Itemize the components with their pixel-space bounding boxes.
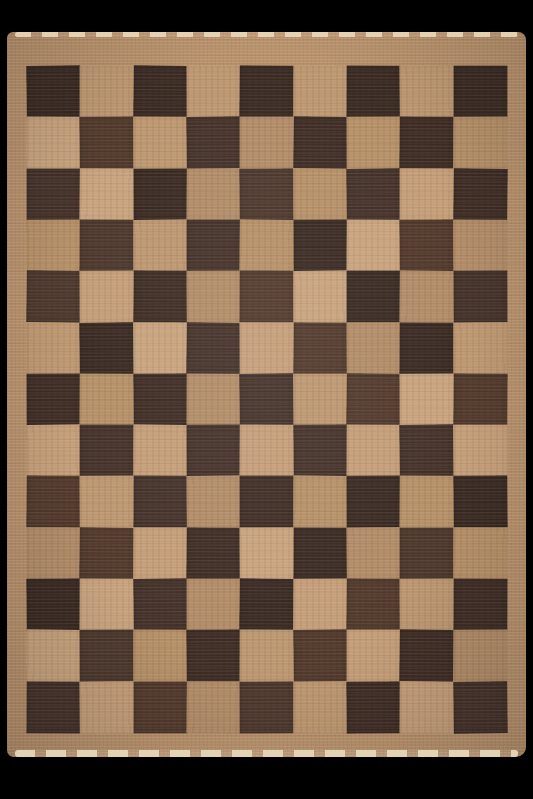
square-r4c7-tan	[346, 219, 401, 271]
square-r11c1-dark	[26, 578, 80, 630]
square-r9c7-dark	[346, 476, 400, 528]
square-r10c6-dark	[293, 527, 347, 579]
square-r4c6-dark	[293, 219, 347, 271]
square-r12c3-tan	[133, 630, 187, 682]
square-r12c9-tan	[453, 630, 507, 682]
square-r1c9-dark	[453, 66, 507, 118]
photo-background	[0, 0, 533, 799]
square-r1c1-dark	[26, 65, 81, 118]
square-r12c2-dark	[80, 630, 134, 682]
square-r8c9-tan	[453, 425, 507, 477]
square-r9c4-tan	[186, 476, 241, 529]
square-r11c4-tan	[187, 579, 241, 631]
square-r11c2-tan	[80, 579, 134, 631]
square-r7c4-tan	[186, 373, 240, 425]
square-r12c8-dark	[400, 630, 455, 683]
square-r2c8-dark	[400, 117, 454, 169]
square-r1c8-tan	[400, 65, 455, 118]
square-r12c1-tan	[26, 630, 81, 683]
square-r10c2-dark	[80, 527, 135, 580]
square-r1c5-dark	[240, 65, 294, 117]
square-r5c1-dark	[26, 271, 81, 324]
square-r12c4-dark	[186, 630, 241, 682]
square-r10c7-tan	[346, 527, 401, 580]
square-r13c7-dark	[346, 681, 401, 733]
square-r3c7-dark	[346, 168, 401, 221]
square-r4c5-tan	[240, 219, 295, 272]
square-r3c3-dark	[133, 168, 187, 220]
square-r2c2-dark	[80, 117, 134, 169]
square-r9c9-dark	[453, 476, 507, 528]
square-r3c4-tan	[186, 168, 241, 220]
square-r1c7-dark	[346, 66, 400, 118]
square-r3c5-dark	[240, 168, 294, 220]
square-r13c3-dark	[133, 681, 187, 733]
square-r3c1-dark	[27, 168, 81, 220]
square-r13c1-dark	[27, 681, 81, 733]
square-r8c3-tan	[133, 424, 188, 477]
square-r6c8-dark	[400, 322, 454, 374]
square-r11c6-tan	[293, 579, 347, 631]
square-r4c3-tan	[133, 219, 188, 272]
square-r6c7-tan	[346, 322, 401, 374]
square-r2c7-tan	[346, 117, 400, 169]
square-r9c1-dark	[26, 476, 80, 528]
square-r7c3-dark	[133, 373, 187, 425]
square-r5c4-tan	[186, 271, 241, 323]
square-r11c5-dark	[240, 578, 295, 631]
square-r2c5-tan	[240, 117, 294, 169]
square-r2c4-dark	[186, 117, 241, 170]
square-r9c2-tan	[80, 476, 134, 528]
square-r7c5-dark	[240, 373, 295, 426]
square-r6c6-dark	[293, 322, 347, 374]
square-r5c7-dark	[347, 271, 401, 323]
square-r9c5-dark	[240, 476, 294, 528]
square-r6c3-tan	[133, 322, 187, 374]
square-r3c2-tan	[80, 168, 135, 221]
square-r8c8-dark	[400, 424, 455, 477]
rug-bottom-fringe	[15, 750, 518, 757]
square-r1c2-tan	[80, 66, 134, 118]
square-r2c6-dark	[293, 117, 348, 170]
square-r4c4-dark	[187, 220, 241, 272]
square-r7c9-dark	[453, 373, 507, 425]
square-r10c8-dark	[400, 527, 454, 579]
square-r3c8-tan	[400, 168, 454, 220]
square-r7c6-tan	[293, 373, 347, 425]
square-r6c2-dark	[80, 322, 135, 375]
square-r10c9-tan	[453, 527, 508, 580]
square-r4c2-dark	[80, 219, 134, 271]
square-r5c2-tan	[80, 271, 134, 323]
square-r2c3-tan	[133, 117, 187, 169]
square-r7c1-dark	[27, 373, 81, 425]
square-r13c8-tan	[400, 681, 454, 733]
square-r5c9-dark	[453, 271, 507, 323]
square-r13c5-dark	[240, 681, 294, 733]
square-r4c8-dark	[400, 219, 454, 271]
square-r9c6-tan	[293, 476, 348, 529]
square-r13c2-tan	[80, 681, 135, 734]
square-r1c4-tan	[186, 66, 240, 118]
square-r9c8-tan	[400, 476, 454, 528]
square-r7c7-dark	[346, 373, 401, 426]
square-r7c2-tan	[80, 373, 134, 425]
square-r13c9-dark	[453, 681, 508, 734]
square-r8c2-dark	[80, 425, 134, 477]
checkerboard-rug	[7, 32, 526, 757]
square-r10c3-tan	[133, 527, 187, 579]
square-r11c7-dark	[346, 578, 401, 630]
square-r12c5-tan	[240, 630, 294, 682]
square-r3c9-dark	[453, 168, 508, 221]
square-r12c7-tan	[347, 630, 401, 682]
square-r5c5-dark	[240, 271, 294, 323]
square-r7c8-tan	[400, 373, 454, 425]
square-r11c9-dark	[453, 579, 507, 631]
square-r10c5-tan	[240, 527, 294, 579]
square-r4c9-tan	[453, 219, 507, 271]
square-r10c4-dark	[186, 527, 241, 579]
square-r13c4-tan	[186, 681, 241, 734]
square-r9c3-dark	[133, 476, 187, 528]
square-r2c1-tan	[26, 117, 80, 169]
square-r1c6-tan	[293, 65, 347, 117]
square-r12c6-dark	[293, 630, 348, 683]
square-r5c3-dark	[133, 271, 187, 323]
square-r8c5-tan	[240, 425, 294, 477]
square-r6c5-tan	[240, 322, 294, 374]
square-r13c6-tan	[293, 681, 347, 733]
square-r8c6-dark	[293, 425, 347, 477]
square-r5c8-tan	[400, 271, 455, 324]
square-r11c8-tan	[400, 578, 454, 630]
square-r11c3-dark	[133, 578, 188, 631]
square-r1c3-dark	[133, 65, 188, 118]
square-r6c9-tan	[453, 322, 508, 375]
square-r8c1-tan	[26, 424, 81, 477]
square-r6c1-tan	[27, 322, 81, 374]
checkerboard-grid	[27, 66, 507, 733]
square-r4c1-tan	[26, 219, 80, 271]
square-r2c9-tan	[453, 117, 507, 169]
square-r3c6-tan	[293, 168, 347, 220]
square-r6c4-dark	[186, 322, 241, 375]
square-r8c4-dark	[186, 425, 240, 477]
square-r8c7-tan	[346, 425, 400, 477]
square-r5c6-tan	[293, 271, 348, 324]
rug-top-fringe	[15, 32, 518, 37]
square-r10c1-tan	[27, 527, 81, 579]
